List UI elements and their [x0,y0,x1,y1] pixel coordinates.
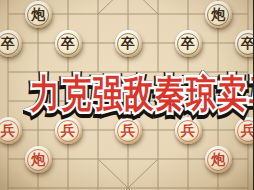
piece-character: 炮 [25,146,52,173]
piece-black-cannon[interactable]: 炮 [25,1,52,28]
piece-red-cannon[interactable]: 炮 [25,146,52,173]
piece-character: 兵 [175,117,202,144]
piece-red-cannon[interactable]: 炮 [205,146,232,173]
piece-black-soldier[interactable]: 卒 [0,30,22,57]
piece-grid: 炮 炮 卒 卒 卒 卒 卒 兵 兵 兵 兵 兵 炮 炮 [0,0,253,190]
piece-character: 炮 [205,1,232,28]
piece-character: 炮 [25,1,52,28]
piece-red-soldier[interactable]: 兵 [0,117,22,144]
piece-black-soldier[interactable]: 卒 [175,30,202,57]
piece-black-cannon[interactable]: 炮 [205,1,232,28]
piece-red-soldier[interactable]: 兵 [55,117,82,144]
piece-red-soldier[interactable]: 兵 [175,117,202,144]
piece-black-soldier[interactable]: 卒 [55,30,82,57]
piece-character: 兵 [0,117,22,144]
piece-character: 卒 [235,30,254,57]
piece-character: 兵 [115,117,142,144]
piece-red-soldier[interactable]: 兵 [115,117,142,144]
piece-character: 兵 [55,117,82,144]
piece-character: 卒 [175,30,202,57]
piece-character: 卒 [55,30,82,57]
piece-character: 炮 [205,146,232,173]
piece-character: 兵 [235,117,254,144]
xiangqi-board: 炮 炮 卒 卒 卒 卒 卒 兵 兵 兵 兵 兵 炮 炮 力 [0,0,253,190]
piece-black-soldier[interactable]: 卒 [235,30,254,57]
piece-red-soldier[interactable]: 兵 [235,117,254,144]
piece-black-soldier[interactable]: 卒 [115,30,142,57]
piece-character: 卒 [115,30,142,57]
piece-character: 卒 [0,30,22,57]
